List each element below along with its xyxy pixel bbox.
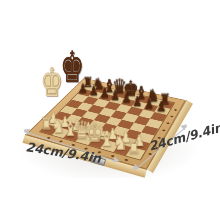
piece-black-knight: ♞ (147, 87, 159, 104)
piece-black-queen: ♛ (113, 76, 128, 96)
piece-black-bishop: ♝ (103, 77, 116, 95)
piece-black-rook: ♜ (83, 75, 93, 89)
piece-black-king: ♚ (123, 78, 138, 100)
piece-black-bishop: ♝ (135, 84, 148, 102)
piece-black-knight: ♞ (93, 75, 105, 91)
board-square (82, 111, 99, 120)
product-photo: ♚ ♚ ♜♞♝♛♚♝♞♜♟♟♟♟♟♟♟♟♟♟♟♟♟♟♟♟♜♞♝♛♚♝♞♜ 24c… (0, 0, 220, 220)
board-square: ♟ (47, 118, 65, 128)
board-square (111, 110, 127, 119)
black-king-display-piece: ♚ (60, 46, 84, 89)
piece-white-pawn: ♟ (48, 111, 58, 125)
